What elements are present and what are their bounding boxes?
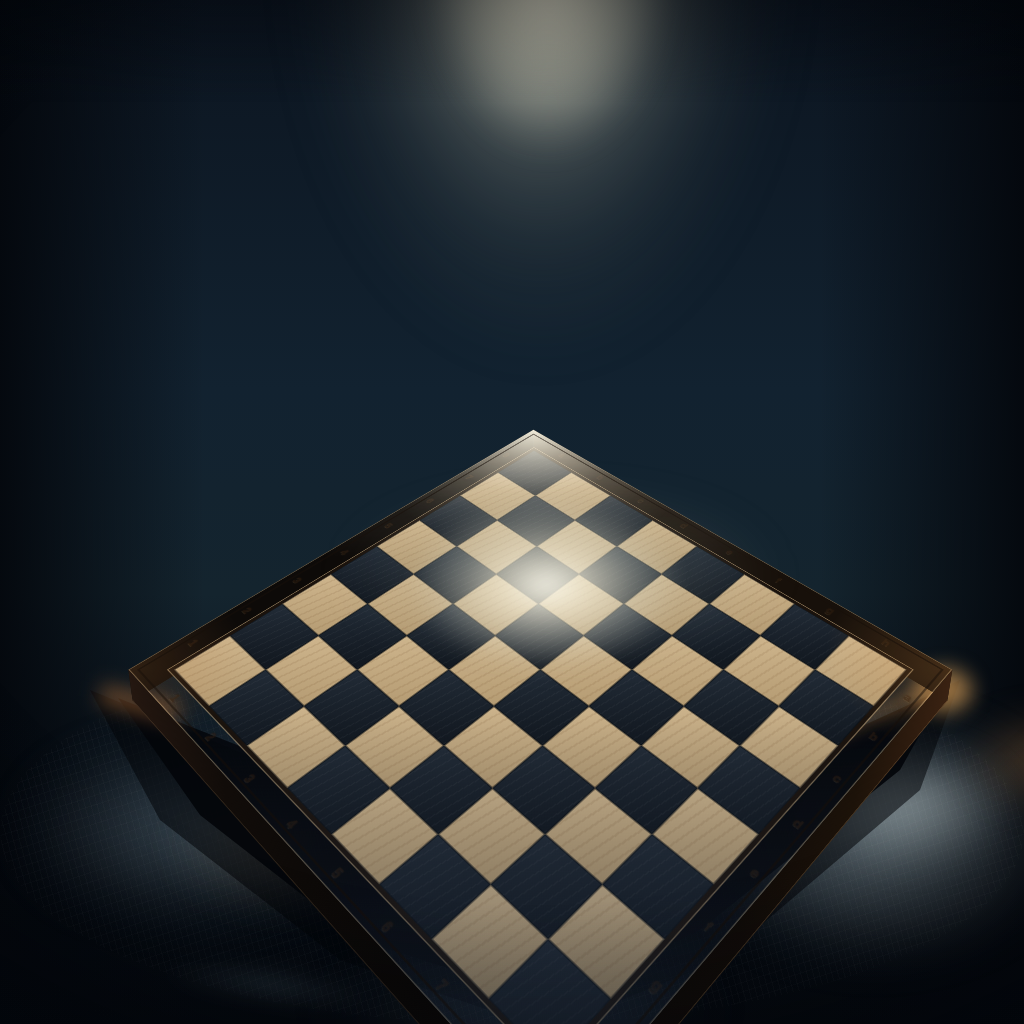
- coordinate-glyph: g: [647, 975, 666, 996]
- coordinate-glyph: h: [879, 637, 892, 648]
- dark-room-scene: 8aa17bb26cc35dd44ee53ff62gg71hh8: [0, 0, 1024, 1024]
- coordinate-glyph: 1: [166, 692, 183, 704]
- coordinate-glyph: c: [830, 772, 845, 786]
- coordinate-glyph: 4: [282, 816, 300, 831]
- coordinate-glyph: 2: [202, 730, 219, 743]
- coordinate-glyph: 5: [328, 865, 347, 882]
- coordinate-glyph: 3: [241, 772, 259, 786]
- coordinate-glyph: 8: [500, 452, 512, 459]
- coordinate-glyph: b: [866, 730, 881, 743]
- coordinate-glyph: 2: [239, 606, 254, 616]
- coordinate-glyph: 1: [185, 637, 201, 648]
- coordinate-glyph: e: [747, 865, 764, 882]
- coordinate-glyph: f: [701, 919, 716, 935]
- coordinate-glyph: a: [556, 452, 567, 459]
- coordinate-glyph: 7: [432, 976, 452, 996]
- coordinate-glyph: a: [901, 692, 915, 704]
- coordinate-glyph: d: [790, 816, 806, 832]
- coordinate-glyph: 6: [377, 918, 396, 936]
- far-corner-bloom: [356, 470, 736, 710]
